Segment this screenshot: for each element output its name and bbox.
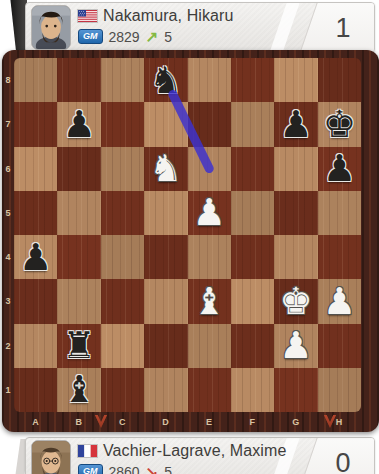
player-info-bottom: Vachier-Lagrave, Maxime GM 2860 ↘ 5	[78, 443, 286, 474]
player-card-top: Nakamura, Hikaru GM 2829 ↗ 5 1	[25, 2, 375, 53]
board-pieces: ♞♟♟♚♞♟♟♟♝♚♟♜♟♝	[14, 58, 361, 412]
file-label-c: C	[101, 412, 144, 432]
rank-label-1: 1	[2, 368, 14, 412]
file-label-g: G	[274, 412, 317, 432]
file-label-b: B	[57, 412, 100, 432]
white-bishop-e3[interactable]: ♝	[188, 279, 231, 323]
flag-fr-icon	[78, 445, 97, 457]
black-pawn-b7[interactable]: ♟	[57, 102, 100, 146]
black-bishop-b1[interactable]: ♝	[57, 368, 100, 412]
avatar-nakamura	[31, 5, 71, 50]
player-info-top: Nakamura, Hikaru GM 2829 ↗ 5	[78, 8, 234, 44]
player-rating: 2860	[109, 464, 140, 474]
black-knight-d8[interactable]: ♞	[144, 58, 187, 102]
white-pawn-h3[interactable]: ♟	[318, 279, 361, 323]
match-score-bottom: 0	[328, 447, 358, 474]
rank-label-4: 4	[2, 235, 14, 279]
rating-change: 5	[164, 464, 172, 474]
black-pawn-h6[interactable]: ♟	[318, 147, 361, 191]
file-label-f: F	[231, 412, 274, 432]
black-pawn-g7[interactable]: ♟	[274, 102, 317, 146]
file-labels: ABCDEFGH	[14, 412, 361, 432]
rating-trend-down-icon: ↘	[146, 466, 159, 474]
white-king-g3[interactable]: ♚	[274, 279, 317, 323]
rank-label-7: 7	[2, 102, 14, 146]
white-knight-d6[interactable]: ♞	[144, 147, 187, 191]
rank-label-5: 5	[2, 191, 14, 235]
white-pawn-e5[interactable]: ♟	[188, 191, 231, 235]
chess-board: 87654321 ♞♟♟♚♞♟♟♟♝♚♟♜♟♝ ABCDEFGH	[2, 50, 379, 432]
black-pawn-a4[interactable]: ♟	[14, 235, 57, 279]
rating-trend-up-icon: ↗	[146, 31, 159, 43]
black-king-h7[interactable]: ♚	[318, 102, 361, 146]
rating-change: 5	[164, 29, 172, 45]
file-label-d: D	[144, 412, 187, 432]
broadcast-panel: Nakamura, Hikaru GM 2829 ↗ 5 1 87654321 …	[0, 0, 379, 474]
rank-label-6: 6	[2, 147, 14, 191]
avatar-vachier-lagrave	[31, 440, 71, 474]
white-pawn-g2[interactable]: ♟	[274, 324, 317, 368]
match-score-top: 1	[328, 12, 358, 43]
flag-us-icon	[78, 10, 97, 22]
player-name: Vachier-Lagrave, Maxime	[103, 442, 286, 460]
rank-label-3: 3	[2, 279, 14, 323]
rank-label-8: 8	[2, 58, 14, 102]
rank-label-2: 2	[2, 324, 14, 368]
gm-title-badge: GM	[78, 464, 103, 474]
player-name: Nakamura, Hikaru	[103, 7, 234, 25]
player-rating: 2829	[109, 29, 140, 45]
score-stripe	[268, 2, 301, 53]
player-card-bottom: Vachier-Lagrave, Maxime GM 2860 ↘ 5 0	[25, 437, 375, 474]
file-label-e: E	[188, 412, 231, 432]
gm-title-badge: GM	[78, 29, 103, 44]
rank-labels: 87654321	[2, 58, 14, 412]
board-inner: ♞♟♟♚♞♟♟♟♝♚♟♜♟♝	[14, 58, 361, 412]
file-label-a: A	[14, 412, 57, 432]
black-rook-b2[interactable]: ♜	[57, 324, 100, 368]
